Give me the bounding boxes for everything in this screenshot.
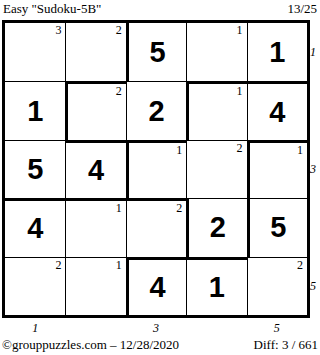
pencil-mark: 2 [116,23,122,38]
big-digit: 2 [210,213,226,242]
pencil-mark: 2 [297,258,303,273]
cell-r3c1[interactable]: 5 [5,140,65,198]
pencil-mark: 2 [55,258,61,273]
col-label-3: 3 [153,321,159,336]
pencil-mark: 2 [116,84,122,99]
row-label-1: 1 [310,45,316,60]
big-digit: 1 [269,38,285,67]
pencil-mark: 1 [116,201,122,216]
col-label-5: 5 [274,321,280,336]
pencil-mark: 1 [237,84,243,99]
pencil-mark: 1 [176,143,182,158]
cell-r5c1[interactable]: 2 [5,257,65,315]
cell-r5c4[interactable]: 1 [186,257,246,315]
progress-counter: 13/25 [287,1,317,17]
sudoku-page: Easy "Sudoku-5B" 13/25 32511122145412141… [0,0,320,355]
row-label-5: 5 [310,278,316,293]
pencil-mark: 1 [116,258,122,273]
cell-r4c3[interactable]: 2 [126,198,186,256]
page-title: Easy "Sudoku-5B" [3,1,101,17]
big-digit: 5 [270,213,286,242]
cell-r1c1[interactable]: 3 [5,23,65,81]
difficulty-text: Diff: 3 / 661 [254,337,318,353]
cell-r4c5[interactable]: 5 [247,198,307,256]
cell-r3c5[interactable]: 1 [247,140,307,198]
copyright-text: ©grouppuzzles.com – 12/28/2020 [2,337,179,353]
pencil-mark: 2 [237,141,243,156]
cell-r3c4[interactable]: 2 [186,140,246,198]
cell-r2c1[interactable]: 1 [5,81,65,139]
cell-r1c5[interactable]: 1 [247,23,307,81]
cell-r2c4[interactable]: 1 [186,81,246,139]
cell-r4c4[interactable]: 2 [186,198,246,256]
big-digit: 4 [88,156,104,185]
col-label-1: 1 [32,321,38,336]
cell-r5c3[interactable]: 4 [126,257,186,315]
cell-r5c5[interactable]: 2 [247,257,307,315]
pencil-mark: 3 [55,23,61,38]
cell-r1c2[interactable]: 2 [65,23,125,81]
cell-r5c2[interactable]: 1 [65,257,125,315]
sudoku-board: 3251112214541214122521412 [2,20,310,318]
cell-r2c5[interactable]: 4 [247,81,307,139]
big-digit: 1 [27,97,43,126]
cell-r2c3[interactable]: 2 [126,81,186,139]
cell-r1c3[interactable]: 5 [126,23,186,81]
big-digit: 4 [27,214,43,243]
big-digit: 5 [149,38,165,67]
cell-r3c3[interactable]: 1 [126,140,186,198]
cell-r1c4[interactable]: 1 [186,23,246,81]
big-digit: 5 [27,155,43,184]
cell-r4c2[interactable]: 1 [65,198,125,256]
big-digit: 4 [149,273,165,302]
pencil-mark: 1 [297,143,303,158]
big-digit: 4 [269,98,285,127]
big-digit: 2 [148,97,164,126]
cell-r3c2[interactable]: 4 [65,140,125,198]
row-label-3: 3 [310,162,316,177]
cell-r2c2[interactable]: 2 [65,81,125,139]
big-digit: 1 [209,273,225,302]
cell-r4c1[interactable]: 4 [5,198,65,256]
pencil-mark: 2 [176,201,182,216]
pencil-mark: 1 [237,23,243,38]
